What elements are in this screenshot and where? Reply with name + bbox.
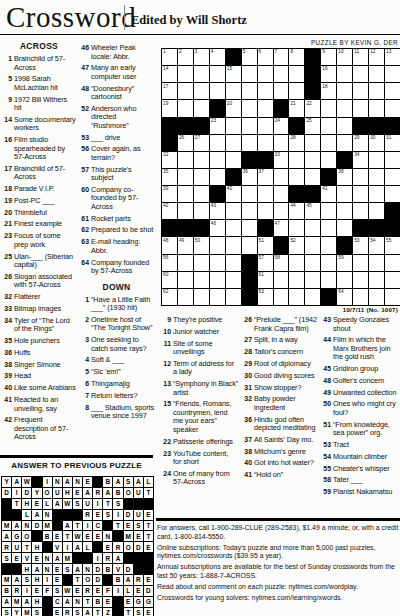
grid-cell[interactable]: 4 (210, 49, 225, 65)
grid-cell[interactable]: 55 (385, 237, 400, 253)
answer-cell: Y (12, 608, 21, 616)
grid-cell[interactable]: 11 (353, 49, 368, 65)
answer-cell: E (12, 553, 21, 563)
grid-cell[interactable]: 9 (321, 49, 336, 65)
grid-cell[interactable]: 10 (337, 49, 352, 65)
grid-cell[interactable] (274, 203, 289, 219)
grid-cell[interactable] (321, 135, 336, 151)
answer-cell: E (32, 553, 41, 563)
clue: 48Golfer's concern (321, 377, 400, 386)
grid-cell[interactable] (369, 152, 384, 168)
previous-puzzle-answer-grid: YAWINANEBASALDIDYOUHEARABOUTTHELAWSUITSL… (1, 476, 154, 616)
grid-cell[interactable] (274, 135, 289, 151)
across-clue-list-2: 46Wheeler Peak locale: Abbr.47Many an ea… (79, 44, 154, 276)
grid-cell[interactable]: 43 (210, 203, 225, 219)
cell-number: 26 (179, 135, 184, 140)
grid-cell[interactable] (305, 289, 320, 305)
black-square (242, 255, 257, 271)
grid-cell[interactable] (337, 118, 352, 134)
grid-cell[interactable] (321, 255, 336, 271)
grid-cell[interactable]: 36 (242, 169, 257, 185)
grid-cell[interactable]: 49 (178, 237, 193, 253)
grid-cell[interactable]: 57 (258, 255, 273, 271)
clue: 10Junior watcher (161, 328, 238, 337)
grid-cell[interactable] (353, 83, 368, 99)
grid-cell[interactable]: 50 (194, 237, 209, 253)
black-square (369, 220, 384, 236)
grid-cell[interactable]: 41 (321, 186, 336, 202)
grid-cell[interactable]: 17 (162, 83, 177, 99)
grid-cell[interactable] (369, 255, 384, 271)
grid-cell[interactable] (369, 100, 384, 116)
footer-line: Online subscriptions: Today's puzzle and… (157, 544, 399, 561)
grid-cell[interactable]: 6 (258, 49, 273, 65)
grid-cell[interactable] (305, 152, 320, 168)
grid-cell[interactable] (385, 272, 400, 288)
grid-cell[interactable] (353, 203, 368, 219)
answer-cell: E (144, 575, 153, 585)
grid-cell[interactable] (369, 289, 384, 305)
clue-number: 56 (79, 145, 91, 162)
grid-cell[interactable]: 46 (210, 220, 225, 236)
answer-cell: A (12, 575, 21, 585)
grid-cell[interactable] (210, 237, 225, 253)
grid-cell[interactable] (353, 66, 368, 82)
grid-cell[interactable] (274, 83, 289, 99)
answer-cell: F (103, 586, 112, 596)
grid-cell[interactable] (337, 100, 352, 116)
clue-number: 30 (242, 372, 254, 381)
grid-cell[interactable]: 58 (274, 255, 289, 271)
grid-cell[interactable] (242, 135, 257, 151)
grid-cell[interactable] (194, 255, 209, 271)
answer-black-square (134, 499, 143, 509)
grid-cell[interactable] (194, 100, 209, 116)
clue-text: Thimbleful (14, 209, 76, 218)
answer-cell: E (83, 531, 92, 541)
cell-number: 6 (259, 49, 262, 54)
grid-cell[interactable]: 30 (369, 135, 384, 151)
clue: 14Some documentary workers (2, 116, 76, 133)
grid-cell[interactable] (369, 186, 384, 202)
grid-cell[interactable] (337, 220, 352, 236)
grid-cell[interactable] (178, 152, 193, 168)
grid-cell[interactable]: 7 (274, 49, 289, 65)
answer-cell: L (22, 510, 31, 520)
grid-cell[interactable]: 63 (258, 289, 273, 305)
grid-cell[interactable] (258, 135, 273, 151)
answer-cell: A (12, 477, 21, 487)
answer-cell: H (32, 597, 41, 607)
grid-cell[interactable] (289, 289, 304, 305)
grid-cell[interactable]: 53 (353, 237, 368, 253)
grid-cell[interactable] (210, 135, 225, 151)
grid-cell[interactable] (353, 169, 368, 185)
answer-cell: T (73, 575, 82, 585)
answer-cell: U (134, 488, 143, 498)
grid-cell[interactable] (242, 100, 257, 116)
grid-cell[interactable] (210, 152, 225, 168)
grid-cell[interactable] (289, 272, 304, 288)
grid-cell[interactable] (369, 66, 384, 82)
answer-cell: R (63, 608, 72, 616)
grid-cell[interactable] (274, 169, 289, 185)
answer-cell: S (63, 564, 72, 574)
grid-cell[interactable]: 12 (369, 49, 384, 65)
grid-cell[interactable]: 40 (226, 186, 241, 202)
grid-cell[interactable] (242, 118, 257, 134)
answer-cell: S (103, 510, 112, 520)
grid-cell[interactable] (210, 169, 225, 185)
clue: 4Soft & ___ (79, 356, 154, 365)
grid-cell[interactable] (178, 66, 193, 82)
grid-cell[interactable]: 1 (162, 49, 177, 65)
answer-cell: L (144, 477, 153, 487)
grid-cell[interactable]: 14 (162, 66, 177, 82)
grid-cell[interactable] (194, 66, 209, 82)
grid-cell[interactable] (337, 135, 352, 151)
black-square (274, 237, 289, 253)
clue-text: Baby powder ingredient (254, 395, 318, 412)
grid-cell[interactable] (305, 169, 320, 185)
grid-cell[interactable] (289, 83, 304, 99)
grid-cell[interactable] (289, 255, 304, 271)
cell-number: 62 (163, 289, 168, 294)
grid-cell[interactable] (305, 255, 320, 271)
clue: 26“Prelude ___” (1942 Frank Capra film) (242, 316, 318, 333)
clue-text: Tater ___ (333, 476, 400, 485)
clue: 31Show stopper? (242, 384, 318, 393)
down-header: DOWN (79, 282, 154, 292)
grid-cell[interactable]: 32 (162, 152, 177, 168)
clue-text: Finest example (14, 220, 76, 229)
grid-cell[interactable] (210, 272, 225, 288)
grid-cell[interactable] (305, 272, 320, 288)
grid-cell[interactable] (178, 186, 193, 202)
grid-cell[interactable] (385, 83, 400, 99)
clue-text: Onetime host of “The Tonight Show” (91, 316, 154, 333)
grid-cell[interactable] (242, 220, 257, 236)
grid-cell[interactable] (337, 66, 352, 82)
clue-text: E-mail heading: Abbr. (91, 238, 154, 255)
grid-cell[interactable]: 22 (305, 100, 320, 116)
grid-cell[interactable] (194, 152, 209, 168)
clue: 29Root of diplomacy (242, 360, 318, 369)
grid-cell[interactable] (337, 83, 352, 99)
clue-number: 38 (242, 448, 254, 457)
clue-text: “Prelude ___” (1942 Frank Capra film) (254, 316, 318, 333)
grid-cell[interactable]: 42 (162, 203, 177, 219)
grid-cell[interactable] (385, 255, 400, 271)
grid-cell[interactable] (194, 83, 209, 99)
answer-cell: R (93, 488, 102, 498)
grid-cell[interactable] (385, 100, 400, 116)
grid-cell[interactable] (210, 66, 225, 82)
grid-cell[interactable] (305, 220, 320, 236)
cell-number: 22 (306, 101, 311, 106)
clue-number: 41 (242, 471, 254, 480)
grid-cell[interactable]: 34 (353, 152, 368, 168)
grid-cell[interactable] (210, 289, 225, 305)
clue-number: 23 (2, 232, 14, 249)
cell-number: 2 (179, 49, 182, 54)
clue-text: Term of address for a lady (173, 360, 238, 377)
header-divider (124, 5, 125, 30)
grid-cell[interactable] (178, 100, 193, 116)
cell-number: 20 (227, 101, 232, 106)
clue: 60Company co-founded by 57-Across (79, 186, 154, 212)
answer-cell: A (22, 597, 31, 607)
grid-cell[interactable] (226, 289, 241, 305)
grid-cell[interactable]: 52 (289, 237, 304, 253)
grid-cell[interactable] (305, 135, 320, 151)
clue-number: 13 (161, 380, 173, 397)
grid-cell[interactable] (274, 289, 289, 305)
grid-cell[interactable] (242, 83, 257, 99)
cell-number: 3 (195, 49, 198, 54)
grid-cell[interactable] (226, 83, 241, 99)
grid-cell[interactable] (321, 118, 336, 134)
grid-cell[interactable] (194, 272, 209, 288)
grid-cell[interactable] (353, 289, 368, 305)
clue: 30Good diving scores (242, 372, 318, 381)
grid-cell[interactable]: 19 (162, 100, 177, 116)
grid-cell[interactable] (353, 255, 368, 271)
grid-cell[interactable]: 20 (226, 100, 241, 116)
grid-cell[interactable] (258, 118, 273, 134)
grid-cell[interactable] (353, 100, 368, 116)
grid-cell[interactable]: 31 (385, 135, 400, 151)
answer-cell: D (2, 488, 11, 498)
grid-cell[interactable] (178, 255, 193, 271)
grid-cell[interactable] (242, 203, 257, 219)
grid-cell[interactable] (194, 186, 209, 202)
grid-cell[interactable] (321, 100, 336, 116)
answer-cell: T (83, 597, 92, 607)
grid-cell[interactable]: 24 (274, 118, 289, 134)
grid-cell[interactable] (226, 152, 241, 168)
grid-cell[interactable]: 28 (289, 135, 304, 151)
grid-cell[interactable]: 38 (337, 169, 352, 185)
clue: 37All Saints' Day mo. (242, 436, 318, 445)
grid-cell[interactable] (210, 255, 225, 271)
clue: 1Brainchild of 57-Across (2, 55, 76, 72)
grid-cell[interactable] (321, 152, 336, 168)
answer-cell: S (53, 586, 62, 596)
grid-cell[interactable] (337, 186, 352, 202)
grid-cell[interactable] (321, 220, 336, 236)
grid-cell[interactable] (321, 237, 336, 253)
grid-cell[interactable] (258, 66, 273, 82)
cell-number: 29 (354, 135, 359, 140)
grid-cell[interactable]: 51 (258, 237, 273, 253)
cell-number: 53 (354, 238, 359, 243)
answer-cell: M (22, 608, 31, 616)
grid-cell[interactable] (289, 220, 304, 236)
grid-cell[interactable] (178, 83, 193, 99)
clue-text: Brainchild of 57-Across (14, 55, 76, 72)
grid-cell[interactable] (321, 203, 336, 219)
black-square (162, 118, 177, 134)
grid-cell[interactable]: 8 (289, 49, 304, 65)
cell-number: 44 (290, 203, 295, 208)
grid-cell[interactable] (289, 152, 304, 168)
answer-cell: E (53, 531, 62, 541)
grid-cell[interactable] (385, 289, 400, 305)
grid-cell[interactable]: 60 (162, 272, 177, 288)
grid-cell[interactable] (194, 203, 209, 219)
grid-cell[interactable] (242, 66, 257, 82)
grid-cell[interactable] (385, 186, 400, 202)
grid-cell[interactable] (274, 186, 289, 202)
grid-cell[interactable]: 18 (321, 83, 336, 99)
across-clue-list: 1Brainchild of 57-Across51998 Sarah McLa… (2, 55, 76, 442)
down-clue-column-2: 26“Prelude ___” (1942 Frank Capra film)2… (242, 316, 318, 483)
grid-cell[interactable] (337, 272, 352, 288)
clue: 91972 Bill Withers hit (2, 96, 76, 113)
clue: 1“Have a Little Faith ___” (1930 hit) (79, 296, 154, 313)
clue-number: 61 (79, 215, 91, 224)
grid-cell[interactable] (178, 289, 193, 305)
grid-cell[interactable]: 61 (258, 272, 273, 288)
grid-cell[interactable]: 29 (353, 135, 368, 151)
grid-cell[interactable]: 26 (178, 135, 193, 151)
grid-cell[interactable] (178, 272, 193, 288)
answer-cell: R (134, 575, 143, 585)
clue: 53Tract (321, 441, 400, 450)
answer-cell: R (103, 553, 112, 563)
clue-number: 24 (161, 470, 173, 487)
grid-cell[interactable]: 23 (210, 118, 225, 134)
second-clues-column: 46Wheeler Peak locale: Abbr.47Many an ea… (79, 44, 154, 424)
answer-cell: U (134, 510, 143, 520)
grid-cell[interactable] (258, 186, 273, 202)
grid-cell[interactable] (321, 272, 336, 288)
grid-cell[interactable]: 2 (178, 49, 193, 65)
answer-cell: O (83, 575, 92, 585)
answer-cell: E (144, 542, 153, 552)
grid-cell[interactable] (226, 255, 241, 271)
grid-cell[interactable] (242, 186, 257, 202)
grid-cell[interactable]: 39 (162, 186, 177, 202)
grid-cell[interactable]: 59 (337, 255, 352, 271)
grid-cell[interactable]: 3 (194, 49, 209, 65)
grid-cell[interactable] (178, 203, 193, 219)
grid-cell[interactable]: 21 (289, 100, 304, 116)
down-clue-column-3: 43Speedy Gonzales shout44Film in which t… (321, 316, 400, 500)
answer-cell: E (73, 586, 82, 596)
grid-cell[interactable] (258, 100, 273, 116)
grid-cell[interactable]: 5 (242, 49, 257, 65)
clue-number: 63 (79, 238, 91, 255)
grid-cell[interactable] (210, 83, 225, 99)
black-square (305, 186, 320, 202)
grid-cell[interactable]: 37 (258, 169, 273, 185)
grid-cell[interactable] (226, 272, 241, 288)
answer-cell: D (93, 575, 102, 585)
grid-cell[interactable] (369, 169, 384, 185)
answer-cell: Y (32, 488, 41, 498)
grid-cell[interactable]: 27 (194, 135, 209, 151)
clue-number: 29 (242, 360, 254, 369)
answer-black-square (113, 597, 122, 607)
grid-cell[interactable] (226, 118, 241, 134)
answer-cell: A (2, 531, 11, 541)
clue: 15“Friends, Romans, countrymen, lend me … (161, 400, 238, 434)
grid-cell[interactable]: 56 (162, 255, 177, 271)
answer-black-square (43, 608, 52, 616)
answer-cell: I (93, 499, 102, 509)
grid-cell[interactable]: 16 (321, 66, 336, 82)
grid-cell[interactable]: 48 (162, 237, 177, 253)
cell-number: 61 (259, 272, 264, 277)
grid-cell[interactable] (274, 66, 289, 82)
black-square (242, 272, 257, 288)
grid-cell[interactable]: 45 (305, 203, 320, 219)
grid-cell[interactable] (305, 237, 320, 253)
grid-cell[interactable] (369, 83, 384, 99)
grid-cell[interactable] (226, 220, 241, 236)
grid-cell[interactable] (369, 203, 384, 219)
grid-cell[interactable]: 25 (305, 118, 320, 134)
grid-cell[interactable] (385, 152, 400, 168)
grid-cell[interactable]: 35 (162, 169, 177, 185)
grid-cell[interactable] (178, 169, 193, 185)
grid-cell[interactable] (242, 237, 257, 253)
grid-cell[interactable] (226, 237, 241, 253)
answer-cell: I (22, 586, 31, 596)
grid-cell[interactable] (289, 169, 304, 185)
grid-cell[interactable] (258, 203, 273, 219)
grid-cell[interactable] (369, 272, 384, 288)
grid-cell[interactable] (274, 272, 289, 288)
grid-cell[interactable] (226, 135, 241, 151)
cell-number: 4 (211, 49, 214, 54)
grid-cell[interactable] (258, 83, 273, 99)
grid-cell[interactable]: 47 (274, 220, 289, 236)
answer-black-square (43, 597, 52, 607)
clue: 6Thingamajig (79, 380, 154, 389)
grid-cell[interactable]: 13 (385, 49, 400, 65)
grid-cell[interactable]: 54 (369, 237, 384, 253)
grid-cell[interactable] (226, 203, 241, 219)
clue: 13“Symphony in Black” artist (161, 380, 238, 397)
grid-cell[interactable] (194, 289, 209, 305)
grid-cell[interactable] (194, 169, 209, 185)
grid-cell[interactable]: 62 (162, 289, 177, 305)
answer-cell: D (124, 564, 133, 574)
cell-number: 47 (275, 221, 280, 226)
grid-cell[interactable]: 44 (289, 203, 304, 219)
clue-number: 35 (2, 337, 14, 346)
grid-cell[interactable] (337, 203, 352, 219)
grid-cell[interactable]: 33 (274, 152, 289, 168)
grid-cell[interactable]: 15 (226, 66, 241, 82)
grid-cell[interactable] (385, 66, 400, 82)
clue-text: Cover again, as terrain? (91, 145, 154, 162)
answer-cell: B (93, 597, 102, 607)
grid-cell[interactable]: 64 (337, 289, 352, 305)
grid-cell[interactable] (353, 272, 368, 288)
answer-cell: B (103, 564, 112, 574)
answer-cell: I (63, 542, 72, 552)
grid-cell[interactable] (385, 169, 400, 185)
grid-cell[interactable] (289, 66, 304, 82)
clue-text: Hole punchers (14, 337, 76, 346)
answer-cell: O (124, 488, 133, 498)
clue: 36Hindu god often depicted meditating (242, 416, 318, 433)
grid-cell[interactable] (353, 186, 368, 202)
